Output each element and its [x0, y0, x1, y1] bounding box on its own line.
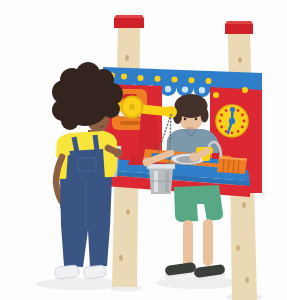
girl-hand — [114, 149, 123, 158]
wood-knot — [126, 209, 130, 215]
boy-eye — [195, 118, 198, 121]
wood-knot — [119, 255, 123, 261]
clock-hub — [229, 118, 235, 124]
scallop-hole — [182, 86, 188, 92]
boy-leg — [203, 219, 213, 266]
rail-dot — [121, 74, 127, 80]
product-photo — [0, 0, 287, 300]
play-clock — [216, 105, 248, 137]
boy-leg — [183, 220, 193, 268]
scene-canvas — [0, 0, 287, 300]
boy-hair-side — [201, 108, 209, 123]
wood-knot — [125, 55, 129, 61]
scale-hub-pin — [129, 104, 135, 110]
right-post-cap-top — [225, 21, 253, 24]
wood-knot — [238, 57, 242, 63]
wood-knot — [236, 245, 240, 251]
right-post-cap — [225, 24, 253, 34]
girl-sneaker — [54, 265, 79, 279]
panel-dot — [242, 87, 248, 93]
boy-hand — [143, 158, 152, 167]
wood-knot — [242, 202, 246, 208]
sneaker-upper — [83, 265, 106, 279]
rail-dot — [138, 75, 144, 81]
pot-highlight — [154, 171, 158, 192]
boy-brow — [182, 115, 188, 116]
hanging-pot-right — [147, 164, 175, 194]
rail-dot — [155, 76, 161, 82]
rail-dot — [206, 78, 212, 84]
rail-dot — [172, 76, 178, 82]
left-post-cap — [114, 18, 144, 28]
boy-hand — [190, 153, 199, 162]
boy-eye — [184, 118, 187, 121]
pot-shade — [165, 171, 169, 192]
panel-dot — [213, 92, 219, 98]
overall-strap — [95, 135, 97, 151]
wood-knot — [245, 277, 249, 283]
register-slot — [120, 121, 140, 125]
left-post-cap-top — [114, 15, 144, 18]
pot-rim — [147, 164, 175, 169]
scallop-hole — [165, 86, 171, 92]
girl-sneaker — [83, 265, 106, 279]
girl-overalls-bib — [66, 149, 105, 182]
girl-mouth — [100, 127, 104, 128]
boy-brow — [193, 115, 199, 116]
pot-body — [149, 169, 173, 194]
sneaker-upper — [54, 265, 79, 279]
tap-accent — [212, 153, 219, 159]
rail-dot — [189, 77, 195, 83]
clock-hand-knob — [230, 107, 235, 112]
scallop-hole — [199, 87, 205, 93]
